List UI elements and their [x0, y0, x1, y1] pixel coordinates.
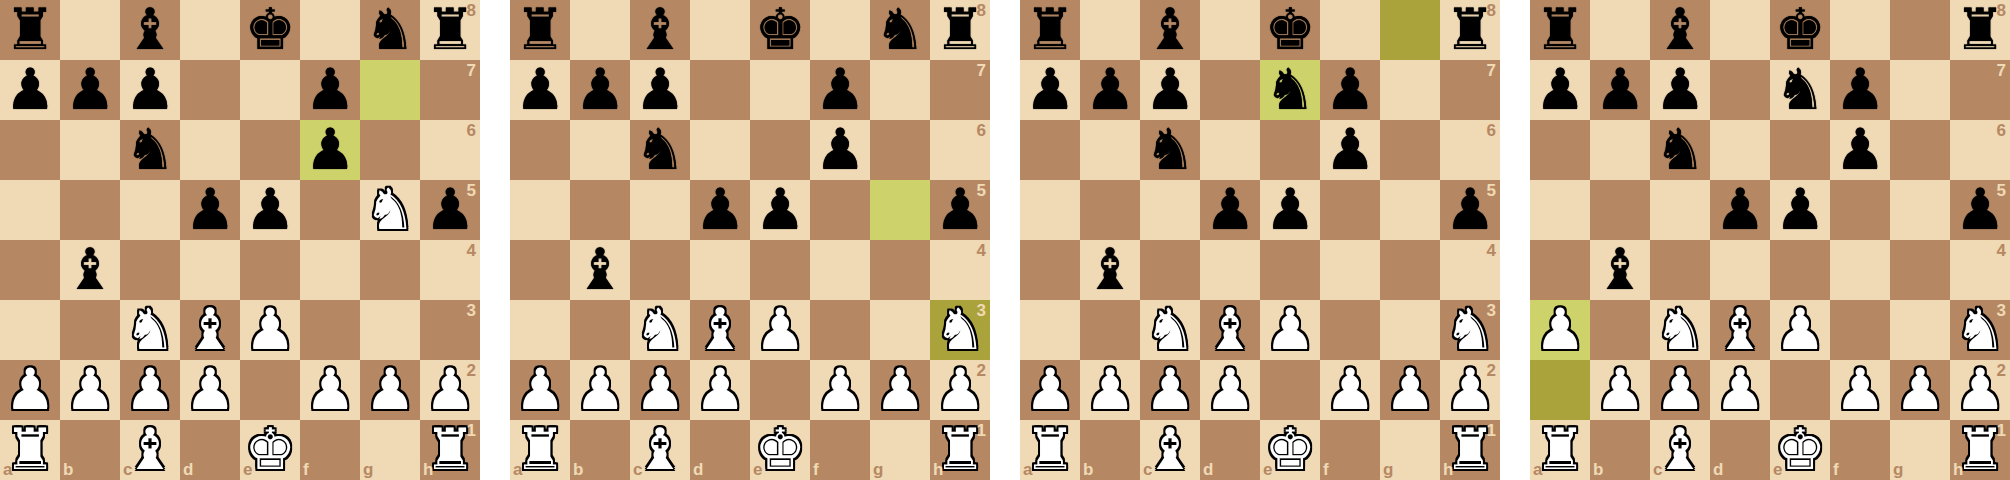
square-g5[interactable]: ♞	[360, 180, 420, 240]
square-g2[interactable]: ♟	[1890, 360, 1950, 420]
square-c3[interactable]: ♞	[1140, 300, 1200, 360]
square-b1[interactable]: b	[60, 420, 120, 480]
square-c6[interactable]: ♞	[1140, 120, 1200, 180]
square-f1[interactable]: f	[1320, 420, 1380, 480]
black-pawn-icon: ♟	[1834, 61, 1885, 118]
square-f1[interactable]: f	[300, 420, 360, 480]
square-f1[interactable]: f	[810, 420, 870, 480]
square-d4[interactable]	[1200, 240, 1260, 300]
square-e1[interactable]: ♚e	[1260, 420, 1320, 480]
square-e3[interactable]: ♟	[240, 300, 300, 360]
square-b2[interactable]: ♟	[1080, 360, 1140, 420]
black-pawn-icon: ♟	[1024, 61, 1075, 118]
square-h3[interactable]: ♞3	[1440, 300, 1500, 360]
square-d3[interactable]: ♝	[1710, 300, 1770, 360]
rank-label-5: 5	[1997, 182, 2006, 199]
square-a8[interactable]: ♜	[0, 0, 60, 60]
square-g2[interactable]: ♟	[360, 360, 420, 420]
square-c3[interactable]: ♞	[1650, 300, 1710, 360]
square-g4[interactable]	[1380, 240, 1440, 300]
square-c2[interactable]: ♟	[120, 360, 180, 420]
square-c7[interactable]: ♟	[630, 60, 690, 120]
square-h4[interactable]: 4	[1440, 240, 1500, 300]
square-e4[interactable]	[1770, 240, 1830, 300]
rank-label-7: 7	[977, 62, 986, 79]
square-d7[interactable]	[690, 60, 750, 120]
square-a2[interactable]: ♟	[510, 360, 570, 420]
square-a1[interactable]: ♜a	[1530, 420, 1590, 480]
square-a7[interactable]: ♟	[1020, 60, 1080, 120]
square-e2[interactable]	[750, 360, 810, 420]
board-4[interactable]: ♜♝♚♜8♟♟♟♞♟7♞♟6♟♟♟5♝4♟♞♝♟♞3♟♟♟♟♟♟2♜ab♝cd♚…	[1530, 0, 2010, 480]
square-e2[interactable]	[1770, 360, 1830, 420]
square-h4[interactable]: 4	[420, 240, 480, 300]
square-d8[interactable]	[690, 0, 750, 60]
black-pawn-icon: ♟	[304, 121, 355, 178]
square-a2[interactable]: ♟	[0, 360, 60, 420]
square-b6[interactable]	[570, 120, 630, 180]
square-f8[interactable]	[300, 0, 360, 60]
square-b3[interactable]	[570, 300, 630, 360]
square-b7[interactable]: ♟	[1080, 60, 1140, 120]
square-h2[interactable]: ♟2	[1440, 360, 1500, 420]
square-c4[interactable]	[630, 240, 690, 300]
square-e7[interactable]: ♞	[1260, 60, 1320, 120]
square-d6[interactable]	[1710, 120, 1770, 180]
square-c1[interactable]: ♝c	[630, 420, 690, 480]
square-a5[interactable]	[0, 180, 60, 240]
square-e7[interactable]	[750, 60, 810, 120]
square-d8[interactable]	[1200, 0, 1260, 60]
square-e1[interactable]: ♚e	[240, 420, 300, 480]
square-a4[interactable]	[0, 240, 60, 300]
square-b5[interactable]	[570, 180, 630, 240]
square-f6[interactable]: ♟	[1320, 120, 1380, 180]
square-g3[interactable]	[870, 300, 930, 360]
square-h4[interactable]: 4	[1950, 240, 2010, 300]
square-h5[interactable]: ♟5	[1950, 180, 2010, 240]
square-g4[interactable]	[360, 240, 420, 300]
square-c4[interactable]	[1140, 240, 1200, 300]
square-f4[interactable]	[300, 240, 360, 300]
square-g4[interactable]	[870, 240, 930, 300]
square-c8[interactable]: ♝	[1140, 0, 1200, 60]
square-c1[interactable]: ♝c	[1650, 420, 1710, 480]
square-d1[interactable]: d	[1200, 420, 1260, 480]
square-a3[interactable]	[1020, 300, 1080, 360]
square-b3[interactable]	[1590, 300, 1650, 360]
white-pawn-icon: ♟	[1024, 361, 1075, 418]
square-a7[interactable]: ♟	[1530, 60, 1590, 120]
square-e7[interactable]: ♞	[1770, 60, 1830, 120]
square-d6[interactable]	[690, 120, 750, 180]
black-pawn-icon: ♟	[574, 61, 625, 118]
rank-label-8: 8	[1487, 2, 1496, 19]
square-g6[interactable]	[870, 120, 930, 180]
square-d7[interactable]	[1710, 60, 1770, 120]
square-b4[interactable]: ♝	[60, 240, 120, 300]
square-d1[interactable]: d	[1710, 420, 1770, 480]
square-b1[interactable]: b	[1590, 420, 1650, 480]
square-f7[interactable]: ♟	[300, 60, 360, 120]
square-f4[interactable]	[1830, 240, 1890, 300]
square-h6[interactable]: 6	[1440, 120, 1500, 180]
square-f7[interactable]: ♟	[1830, 60, 1890, 120]
square-g2[interactable]: ♟	[870, 360, 930, 420]
black-king-icon: ♚	[1774, 1, 1825, 58]
square-d4[interactable]	[1710, 240, 1770, 300]
rank-label-2: 2	[977, 362, 986, 379]
square-g6[interactable]	[1380, 120, 1440, 180]
board-1[interactable]: ♜♝♚♞♜8♟♟♟♟7♞♟6♟♟♞♟5♝4♞♝♟3♟♟♟♟♟♟♟2♜ab♝cd♚…	[0, 0, 480, 480]
square-c3[interactable]: ♞	[120, 300, 180, 360]
square-d1[interactable]: d	[690, 420, 750, 480]
file-label-d: d	[1203, 461, 1213, 478]
square-h2[interactable]: ♟2	[930, 360, 990, 420]
square-b8[interactable]	[1590, 0, 1650, 60]
square-a2[interactable]	[1530, 360, 1590, 420]
square-a4[interactable]	[510, 240, 570, 300]
square-e8[interactable]: ♚	[750, 0, 810, 60]
rank-label-8: 8	[1997, 2, 2006, 19]
square-f2[interactable]: ♟	[1830, 360, 1890, 420]
square-d7[interactable]	[1200, 60, 1260, 120]
square-a8[interactable]: ♜	[1020, 0, 1080, 60]
square-a6[interactable]	[0, 120, 60, 180]
square-c1[interactable]: ♝c	[120, 420, 180, 480]
square-d2[interactable]: ♟	[1200, 360, 1260, 420]
board-2[interactable]: ♜♝♚♞♜8♟♟♟♟7♞♟6♟♟♟5♝4♞♝♟♞3♟♟♟♟♟♟♟2♜ab♝cd♚…	[510, 0, 990, 480]
square-e4[interactable]	[1260, 240, 1320, 300]
file-label-f: f	[1833, 461, 1839, 478]
square-f5[interactable]	[810, 180, 870, 240]
square-c6[interactable]: ♞	[630, 120, 690, 180]
square-g7[interactable]	[360, 60, 420, 120]
square-b2[interactable]: ♟	[1590, 360, 1650, 420]
square-f8[interactable]	[810, 0, 870, 60]
square-b3[interactable]	[1080, 300, 1140, 360]
square-e8[interactable]: ♚	[1260, 0, 1320, 60]
square-d2[interactable]: ♟	[690, 360, 750, 420]
square-h5[interactable]: ♟5	[420, 180, 480, 240]
square-h5[interactable]: ♟5	[930, 180, 990, 240]
square-b8[interactable]	[570, 0, 630, 60]
file-label-a: a	[1533, 461, 1542, 478]
square-b5[interactable]	[1590, 180, 1650, 240]
file-label-a: a	[1023, 461, 1032, 478]
square-b2[interactable]: ♟	[570, 360, 630, 420]
square-c6[interactable]: ♞	[120, 120, 180, 180]
square-f3[interactable]	[810, 300, 870, 360]
square-g6[interactable]	[360, 120, 420, 180]
square-h5[interactable]: ♟5	[1440, 180, 1500, 240]
white-pawn-icon: ♟	[634, 361, 685, 418]
square-h7[interactable]: 7	[1440, 60, 1500, 120]
square-f2[interactable]: ♟	[300, 360, 360, 420]
square-b1[interactable]: b	[1080, 420, 1140, 480]
rank-label-3: 3	[467, 302, 476, 319]
square-a4[interactable]	[1530, 240, 1590, 300]
square-f3[interactable]	[1320, 300, 1380, 360]
square-e6[interactable]	[240, 120, 300, 180]
square-c3[interactable]: ♞	[630, 300, 690, 360]
rank-label-4: 4	[977, 242, 986, 259]
square-e7[interactable]	[240, 60, 300, 120]
square-d4[interactable]	[180, 240, 240, 300]
square-a5[interactable]	[1530, 180, 1590, 240]
black-king-icon: ♚	[1264, 1, 1315, 58]
square-d8[interactable]	[180, 0, 240, 60]
square-c5[interactable]	[1140, 180, 1200, 240]
square-g8[interactable]: ♞	[360, 0, 420, 60]
square-f4[interactable]	[1320, 240, 1380, 300]
square-a1[interactable]: ♜a	[510, 420, 570, 480]
square-a3[interactable]	[0, 300, 60, 360]
square-a1[interactable]: ♜a	[0, 420, 60, 480]
square-e5[interactable]: ♟	[1770, 180, 1830, 240]
square-a2[interactable]: ♟	[1020, 360, 1080, 420]
square-f7[interactable]: ♟	[1320, 60, 1380, 120]
square-g3[interactable]	[1890, 300, 1950, 360]
square-a8[interactable]: ♜	[510, 0, 570, 60]
square-d7[interactable]	[180, 60, 240, 120]
white-pawn-icon: ♟	[1384, 361, 1435, 418]
square-d3[interactable]: ♝	[180, 300, 240, 360]
square-c8[interactable]: ♝	[1650, 0, 1710, 60]
square-a6[interactable]	[1530, 120, 1590, 180]
square-d5[interactable]: ♟	[1200, 180, 1260, 240]
square-b5[interactable]	[1080, 180, 1140, 240]
square-g5[interactable]	[1380, 180, 1440, 240]
square-h8[interactable]: ♜8	[1950, 0, 2010, 60]
square-g4[interactable]	[1890, 240, 1950, 300]
square-a8[interactable]: ♜	[1530, 0, 1590, 60]
square-d8[interactable]	[1710, 0, 1770, 60]
board-3[interactable]: ♜♝♚♜8♟♟♟♞♟7♞♟6♟♟♟5♝4♞♝♟♞3♟♟♟♟♟♟♟2♜ab♝cd♚…	[1020, 0, 1500, 480]
square-b6[interactable]	[1080, 120, 1140, 180]
square-e8[interactable]: ♚	[240, 0, 300, 60]
square-g5[interactable]	[870, 180, 930, 240]
square-d3[interactable]: ♝	[1200, 300, 1260, 360]
file-label-a: a	[513, 461, 522, 478]
square-d6[interactable]	[1200, 120, 1260, 180]
square-h8[interactable]: ♜8	[420, 0, 480, 60]
square-e1[interactable]: ♚e	[1770, 420, 1830, 480]
square-c7[interactable]: ♟	[1140, 60, 1200, 120]
square-f6[interactable]: ♟	[1830, 120, 1890, 180]
square-g1[interactable]: g	[1380, 420, 1440, 480]
square-b6[interactable]	[1590, 120, 1650, 180]
square-h2[interactable]: ♟2	[1950, 360, 2010, 420]
square-g3[interactable]	[360, 300, 420, 360]
square-c6[interactable]: ♞	[1650, 120, 1710, 180]
square-a1[interactable]: ♜a	[1020, 420, 1080, 480]
black-pawn-icon: ♟	[1324, 61, 1375, 118]
square-b7[interactable]: ♟	[1590, 60, 1650, 120]
rank-label-7: 7	[1997, 62, 2006, 79]
square-c5[interactable]	[1650, 180, 1710, 240]
square-c1[interactable]: ♝c	[1140, 420, 1200, 480]
square-e6[interactable]	[750, 120, 810, 180]
file-label-h: h	[1953, 461, 1963, 478]
square-a4[interactable]	[1020, 240, 1080, 300]
square-f5[interactable]	[1320, 180, 1380, 240]
square-b2[interactable]: ♟	[60, 360, 120, 420]
square-h6[interactable]: 6	[930, 120, 990, 180]
square-c2[interactable]: ♟	[1140, 360, 1200, 420]
square-a7[interactable]: ♟	[0, 60, 60, 120]
square-e5[interactable]: ♟	[1260, 180, 1320, 240]
square-h4[interactable]: 4	[930, 240, 990, 300]
square-c4[interactable]	[1650, 240, 1710, 300]
square-h7[interactable]: 7	[930, 60, 990, 120]
white-knight-icon: ♞	[364, 181, 415, 238]
square-e2[interactable]	[1260, 360, 1320, 420]
square-h3[interactable]: ♞3	[1950, 300, 2010, 360]
square-d6[interactable]	[180, 120, 240, 180]
square-f6[interactable]: ♟	[810, 120, 870, 180]
square-e4[interactable]	[750, 240, 810, 300]
square-f4[interactable]	[810, 240, 870, 300]
square-e3[interactable]: ♟	[1260, 300, 1320, 360]
square-h7[interactable]: 7	[420, 60, 480, 120]
square-a7[interactable]: ♟	[510, 60, 570, 120]
square-g2[interactable]: ♟	[1380, 360, 1440, 420]
square-h6[interactable]: 6	[1950, 120, 2010, 180]
square-e6[interactable]	[1260, 120, 1320, 180]
square-g7[interactable]	[1890, 60, 1950, 120]
square-e5[interactable]: ♟	[240, 180, 300, 240]
square-b7[interactable]: ♟	[60, 60, 120, 120]
rank-label-1: 1	[977, 422, 986, 439]
square-d3[interactable]: ♝	[690, 300, 750, 360]
square-h1[interactable]: ♜h1	[420, 420, 480, 480]
square-e3[interactable]: ♟	[1770, 300, 1830, 360]
square-f5[interactable]	[1830, 180, 1890, 240]
square-a6[interactable]	[510, 120, 570, 180]
square-g8[interactable]	[1380, 0, 1440, 60]
square-e6[interactable]	[1770, 120, 1830, 180]
square-f6[interactable]: ♟	[300, 120, 360, 180]
square-c7[interactable]: ♟	[120, 60, 180, 120]
square-c4[interactable]	[120, 240, 180, 300]
black-pawn-icon: ♟	[634, 61, 685, 118]
square-b8[interactable]	[1080, 0, 1140, 60]
square-g3[interactable]	[1380, 300, 1440, 360]
square-c2[interactable]: ♟	[1650, 360, 1710, 420]
square-g1[interactable]: g	[360, 420, 420, 480]
square-c7[interactable]: ♟	[1650, 60, 1710, 120]
square-c2[interactable]: ♟	[630, 360, 690, 420]
square-f5[interactable]	[300, 180, 360, 240]
square-g5[interactable]	[1890, 180, 1950, 240]
square-c5[interactable]	[120, 180, 180, 240]
square-h3[interactable]: ♞3	[930, 300, 990, 360]
file-label-c: c	[633, 461, 642, 478]
square-b5[interactable]	[60, 180, 120, 240]
square-f1[interactable]: f	[1830, 420, 1890, 480]
square-f3[interactable]	[1830, 300, 1890, 360]
file-label-e: e	[243, 461, 252, 478]
file-label-a: a	[3, 461, 12, 478]
file-label-h: h	[933, 461, 943, 478]
square-f3[interactable]	[300, 300, 360, 360]
square-h1[interactable]: ♜h1	[1950, 420, 2010, 480]
square-e8[interactable]: ♚	[1770, 0, 1830, 60]
square-f8[interactable]	[1830, 0, 1890, 60]
black-pawn-icon: ♟	[694, 181, 745, 238]
square-h8[interactable]: ♜8	[1440, 0, 1500, 60]
black-bishop-icon: ♝	[1594, 241, 1645, 298]
square-g6[interactable]	[1890, 120, 1950, 180]
square-d5[interactable]: ♟	[180, 180, 240, 240]
square-a5[interactable]	[510, 180, 570, 240]
square-g7[interactable]	[870, 60, 930, 120]
square-h8[interactable]: ♜8	[930, 0, 990, 60]
square-a3[interactable]	[510, 300, 570, 360]
square-h1[interactable]: ♜h1	[930, 420, 990, 480]
square-f8[interactable]	[1320, 0, 1380, 60]
square-h7[interactable]: 7	[1950, 60, 2010, 120]
square-a3[interactable]: ♟	[1530, 300, 1590, 360]
square-c5[interactable]	[630, 180, 690, 240]
square-b4[interactable]: ♝	[1080, 240, 1140, 300]
square-b4[interactable]: ♝	[1590, 240, 1650, 300]
square-d5[interactable]: ♟	[1710, 180, 1770, 240]
rank-label-6: 6	[467, 122, 476, 139]
square-e2[interactable]	[240, 360, 300, 420]
square-d1[interactable]: d	[180, 420, 240, 480]
black-pawn-icon: ♟	[1084, 61, 1135, 118]
square-d5[interactable]: ♟	[690, 180, 750, 240]
square-f2[interactable]: ♟	[810, 360, 870, 420]
square-g7[interactable]	[1380, 60, 1440, 120]
square-b1[interactable]: b	[570, 420, 630, 480]
square-d2[interactable]: ♟	[1710, 360, 1770, 420]
square-a5[interactable]	[1020, 180, 1080, 240]
square-b4[interactable]: ♝	[570, 240, 630, 300]
square-d2[interactable]: ♟	[180, 360, 240, 420]
square-h2[interactable]: ♟2	[420, 360, 480, 420]
rank-label-3: 3	[977, 302, 986, 319]
square-h1[interactable]: ♜h1	[1440, 420, 1500, 480]
square-e5[interactable]: ♟	[750, 180, 810, 240]
square-e3[interactable]: ♟	[750, 300, 810, 360]
square-f7[interactable]: ♟	[810, 60, 870, 120]
black-pawn-icon: ♟	[1264, 181, 1315, 238]
square-a6[interactable]	[1020, 120, 1080, 180]
square-b3[interactable]	[60, 300, 120, 360]
square-e4[interactable]	[240, 240, 300, 300]
square-g8[interactable]	[1890, 0, 1950, 60]
square-d4[interactable]	[690, 240, 750, 300]
black-pawn-icon: ♟	[64, 61, 115, 118]
square-b7[interactable]: ♟	[570, 60, 630, 120]
square-f2[interactable]: ♟	[1320, 360, 1380, 420]
square-c8[interactable]: ♝	[120, 0, 180, 60]
square-e1[interactable]: ♚e	[750, 420, 810, 480]
rank-label-1: 1	[467, 422, 476, 439]
square-g8[interactable]: ♞	[870, 0, 930, 60]
square-g1[interactable]: g	[1890, 420, 1950, 480]
square-g1[interactable]: g	[870, 420, 930, 480]
square-h6[interactable]: 6	[420, 120, 480, 180]
square-b6[interactable]	[60, 120, 120, 180]
square-b8[interactable]	[60, 0, 120, 60]
square-c8[interactable]: ♝	[630, 0, 690, 60]
square-h3[interactable]: 3	[420, 300, 480, 360]
white-pawn-icon: ♟	[1834, 361, 1885, 418]
